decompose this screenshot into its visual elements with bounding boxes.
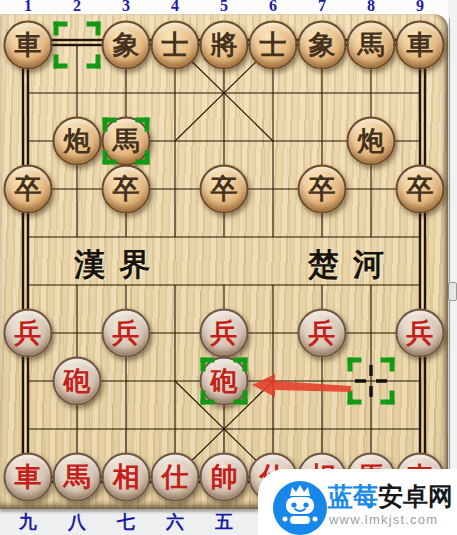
watermark-url: www.lmkjst.com bbox=[329, 512, 438, 527]
piece-black-cannon[interactable]: 炮 bbox=[347, 117, 396, 166]
highlight-marker bbox=[54, 22, 101, 69]
piece-red-advisor[interactable]: 仕 bbox=[151, 453, 200, 502]
piece-black-advisor[interactable]: 士 bbox=[151, 21, 200, 70]
piece-red-soldier[interactable]: 兵 bbox=[4, 309, 53, 358]
highlight-marker bbox=[348, 358, 395, 405]
piece-red-soldier[interactable]: 兵 bbox=[102, 309, 151, 358]
piece-black-soldier[interactable]: 卒 bbox=[298, 165, 347, 214]
file-label-top-5: 5 bbox=[220, 0, 228, 15]
file-label-bottom-3: 七 bbox=[117, 510, 135, 534]
piece-black-cannon[interactable]: 炮 bbox=[53, 117, 102, 166]
piece-black-horse[interactable]: 馬 bbox=[347, 21, 396, 70]
file-label-top-2: 2 bbox=[73, 0, 81, 15]
file-label-bottom-5: 五 bbox=[215, 510, 233, 534]
file-label-top-6: 6 bbox=[269, 0, 277, 15]
piece-black-chariot[interactable]: 車 bbox=[4, 21, 53, 70]
piece-black-soldier[interactable]: 卒 bbox=[396, 165, 445, 214]
file-label-top-7: 7 bbox=[318, 0, 326, 15]
watermark-site-name-rest: 安卓网 bbox=[378, 482, 453, 510]
piece-black-general[interactable]: 將 bbox=[200, 21, 249, 70]
file-label-top-3: 3 bbox=[122, 0, 130, 15]
file-label-bottom-1: 九 bbox=[19, 510, 37, 534]
piece-black-chariot[interactable]: 車 bbox=[396, 21, 445, 70]
panel-resize-handle[interactable] bbox=[448, 282, 457, 301]
piece-red-soldier[interactable]: 兵 bbox=[396, 309, 445, 358]
piece-red-horse[interactable]: 馬 bbox=[53, 453, 102, 502]
piece-red-soldier[interactable]: 兵 bbox=[200, 309, 249, 358]
file-label-top-8: 8 bbox=[367, 0, 375, 15]
river-label-right: 楚河 bbox=[308, 244, 398, 286]
piece-black-advisor[interactable]: 士 bbox=[249, 21, 298, 70]
piece-black-elephant[interactable]: 象 bbox=[102, 21, 151, 70]
piece-red-cannon[interactable]: 砲 bbox=[53, 357, 102, 406]
piece-red-soldier[interactable]: 兵 bbox=[298, 309, 347, 358]
highlight-marker bbox=[201, 358, 248, 405]
file-label-top-4: 4 bbox=[171, 0, 179, 15]
watermark-site-name-highlight: 蓝莓 bbox=[328, 482, 378, 510]
panel-divider bbox=[449, 18, 450, 535]
blueberry-android-logo-icon bbox=[273, 481, 327, 535]
top-coordinates bbox=[0, 0, 457, 14]
file-label-top-9: 9 bbox=[416, 0, 424, 15]
piece-black-soldier[interactable]: 卒 bbox=[102, 165, 151, 214]
piece-red-chariot[interactable]: 車 bbox=[4, 453, 53, 502]
watermark-site-name: 蓝莓安卓网 bbox=[328, 480, 453, 513]
file-label-bottom-4: 六 bbox=[166, 510, 184, 534]
highlight-marker bbox=[103, 118, 150, 165]
piece-black-elephant[interactable]: 象 bbox=[298, 21, 347, 70]
file-label-bottom-2: 八 bbox=[68, 510, 86, 534]
piece-black-soldier[interactable]: 卒 bbox=[200, 165, 249, 214]
piece-red-elephant[interactable]: 相 bbox=[102, 453, 151, 502]
river-label-left: 漢界 bbox=[74, 244, 164, 286]
xiangqi-app-window: 漢界 楚河 蓝莓安卓网 www.lmkjst.com 123456789九八七六… bbox=[0, 0, 457, 535]
watermark: 蓝莓安卓网 www.lmkjst.com bbox=[258, 469, 457, 535]
piece-black-soldier[interactable]: 卒 bbox=[4, 165, 53, 214]
piece-red-general[interactable]: 帥 bbox=[200, 453, 249, 502]
file-label-top-1: 1 bbox=[24, 0, 32, 15]
